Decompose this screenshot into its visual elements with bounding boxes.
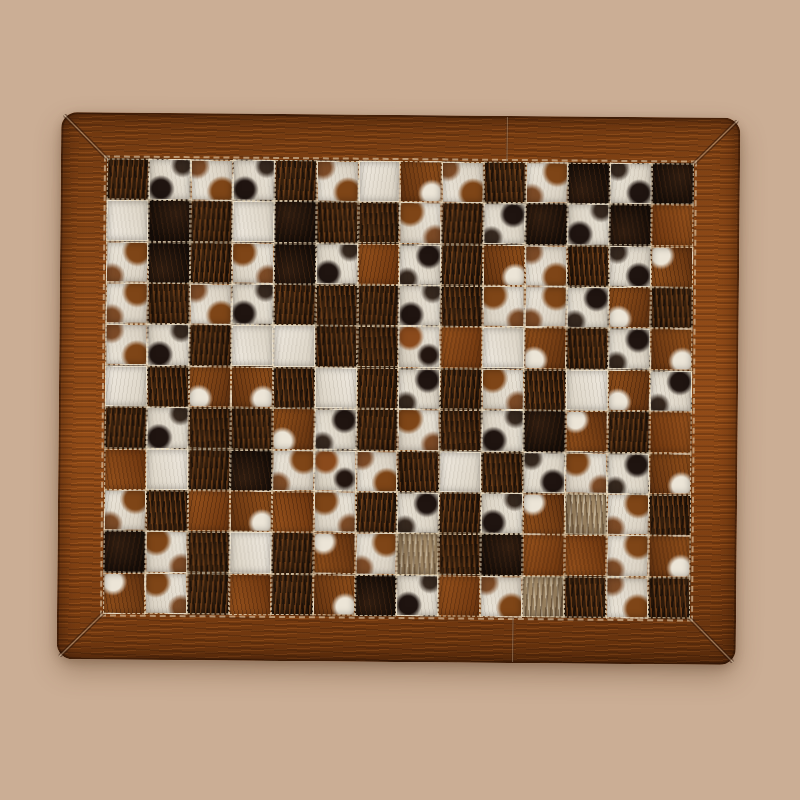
patch-r8c7 (356, 450, 398, 492)
patch-r10c11 (523, 534, 565, 576)
patch-r3c9 (441, 244, 483, 286)
patch-r6c6 (314, 367, 356, 409)
patch-r3c4 (232, 242, 274, 284)
patch-r7c11 (524, 410, 566, 452)
patch-r4c6 (315, 284, 357, 326)
patch-r7c2 (146, 407, 188, 449)
patch-r11c8 (396, 575, 438, 617)
patch-r5c12 (566, 328, 608, 370)
patch-r1c13 (610, 163, 652, 205)
patch-r2c4 (232, 201, 274, 243)
patch-r10c12 (565, 535, 607, 577)
patch-r8c14 (649, 453, 691, 495)
patch-r1c14 (652, 163, 694, 205)
patch-r8c12 (565, 452, 607, 494)
border-miter-seam-bottom-right (688, 617, 734, 663)
patch-r4c12 (567, 287, 609, 329)
patch-r3c12 (567, 245, 609, 287)
patch-r4c14 (651, 287, 693, 329)
patch-r3c7 (357, 243, 399, 285)
patch-r3c6 (316, 243, 358, 285)
patch-r8c8 (398, 451, 440, 493)
patch-r9c9 (439, 492, 481, 534)
patch-r10c3 (187, 531, 229, 573)
patch-r8c4 (230, 449, 272, 491)
patch-r4c1 (106, 283, 148, 325)
patch-r8c6 (314, 450, 356, 492)
patch-r5c8 (399, 326, 441, 368)
patch-r9c1 (104, 489, 146, 531)
patch-r2c1 (106, 200, 148, 242)
patch-r1c12 (568, 162, 610, 204)
patch-grid (103, 158, 694, 618)
patch-r6c8 (398, 368, 440, 410)
patch-r1c1 (107, 158, 149, 200)
patch-r4c2 (147, 283, 189, 325)
patch-r6c2 (147, 366, 189, 408)
patch-r3c10 (483, 244, 525, 286)
patch-r9c5 (271, 491, 313, 533)
patch-r1c5 (274, 160, 316, 202)
patch-r9c14 (649, 494, 691, 536)
border-seam-bottom (512, 618, 514, 662)
patch-r4c11 (525, 286, 567, 328)
patch-r9c10 (481, 493, 523, 535)
patch-r1c7 (358, 161, 400, 203)
patch-r10c8 (397, 533, 439, 575)
patch-r2c2 (148, 200, 190, 242)
patch-r4c8 (399, 285, 441, 327)
patch-r4c10 (483, 286, 525, 328)
patch-r4c9 (441, 285, 483, 327)
patch-r2c10 (484, 203, 526, 245)
patch-r7c9 (440, 410, 482, 452)
patch-r6c9 (440, 368, 482, 410)
patch-r1c11 (526, 162, 568, 204)
patch-r5c14 (650, 329, 692, 371)
patch-r11c3 (187, 573, 229, 615)
patch-r1c2 (149, 159, 191, 201)
patch-r11c7 (355, 574, 397, 616)
patch-r6c3 (189, 366, 231, 408)
patch-r8c5 (272, 449, 314, 491)
patch-r6c11 (524, 369, 566, 411)
patch-r7c1 (104, 407, 146, 449)
patch-r7c12 (566, 411, 608, 453)
patch-r5c9 (441, 327, 483, 369)
patch-r11c10 (480, 575, 522, 617)
patch-r4c4 (231, 284, 273, 326)
patch-r7c6 (314, 408, 356, 450)
patch-r7c13 (608, 411, 650, 453)
patch-r2c13 (609, 204, 651, 246)
patch-r8c3 (188, 449, 230, 491)
patch-r4c13 (609, 287, 651, 329)
border-miter-seam-top-left (63, 114, 109, 160)
tabletop-scene (0, 0, 800, 800)
patch-r1c6 (316, 160, 358, 202)
patch-r9c11 (523, 493, 565, 535)
patch-r1c4 (232, 160, 274, 202)
patch-r1c8 (400, 161, 442, 203)
patch-r11c5 (271, 574, 313, 616)
patch-r5c7 (357, 326, 399, 368)
patch-r3c8 (399, 244, 441, 286)
patch-r9c6 (313, 491, 355, 533)
patch-r11c13 (606, 576, 648, 618)
patch-r5c2 (147, 324, 189, 366)
patch-r10c6 (313, 533, 355, 575)
patch-r11c4 (229, 573, 271, 615)
patch-r1c9 (442, 161, 484, 203)
patch-r7c14 (650, 411, 692, 453)
patch-r11c9 (438, 575, 480, 617)
patch-r9c4 (230, 490, 272, 532)
patch-r7c10 (482, 410, 524, 452)
patch-r2c11 (526, 203, 568, 245)
patch-r5c3 (189, 325, 231, 367)
border-miter-seam-top-right (692, 120, 738, 166)
patch-r6c5 (273, 367, 315, 409)
patch-r9c7 (355, 492, 397, 534)
patch-r6c4 (231, 366, 273, 408)
patch-r11c6 (313, 574, 355, 616)
patch-r10c2 (145, 531, 187, 573)
patch-r2c6 (316, 202, 358, 244)
patch-r3c3 (190, 242, 232, 284)
patch-r9c12 (565, 493, 607, 535)
patch-r8c1 (104, 448, 146, 490)
patch-r10c10 (481, 534, 523, 576)
patch-r5c6 (315, 326, 357, 368)
patch-r4c3 (189, 283, 231, 325)
patch-r10c9 (439, 534, 481, 576)
patch-r6c1 (105, 365, 147, 407)
cowhide-rug (57, 112, 741, 665)
patch-r5c5 (273, 325, 315, 367)
border-miter-seam-bottom-left (59, 611, 105, 657)
patch-r10c13 (607, 535, 649, 577)
patch-r2c12 (567, 204, 609, 246)
patch-r2c8 (400, 202, 442, 244)
patch-r2c9 (442, 203, 484, 245)
patch-r11c1 (103, 572, 145, 614)
patch-r5c10 (483, 327, 525, 369)
patch-r3c11 (525, 245, 567, 287)
patch-r6c12 (566, 369, 608, 411)
patch-r9c8 (397, 492, 439, 534)
patch-r11c12 (564, 576, 606, 618)
patch-r6c14 (650, 370, 692, 412)
patch-r8c13 (607, 452, 649, 494)
patch-r9c2 (146, 490, 188, 532)
patch-r9c3 (188, 490, 230, 532)
patch-r3c14 (651, 246, 693, 288)
patch-r6c10 (482, 369, 524, 411)
patch-r5c1 (105, 324, 147, 366)
patch-r2c7 (358, 202, 400, 244)
patch-r1c3 (190, 159, 232, 201)
patch-r3c2 (148, 242, 190, 284)
patch-r5c11 (524, 328, 566, 370)
patch-r3c13 (609, 246, 651, 288)
patch-r4c7 (357, 285, 399, 327)
patch-r7c7 (356, 409, 398, 451)
patch-r7c8 (398, 409, 440, 451)
patch-r8c10 (481, 451, 523, 493)
patch-r5c13 (608, 328, 650, 370)
patch-r3c5 (274, 243, 316, 285)
patch-r9c13 (607, 494, 649, 536)
patch-r2c5 (274, 201, 316, 243)
patch-r8c2 (146, 448, 188, 490)
patch-r4c5 (273, 284, 315, 326)
patch-r11c2 (145, 572, 187, 614)
patch-r10c14 (648, 535, 690, 577)
patch-r1c10 (484, 162, 526, 204)
patch-r7c4 (230, 408, 272, 450)
patch-r7c3 (188, 407, 230, 449)
patch-r6c13 (608, 370, 650, 412)
patch-r11c14 (648, 577, 690, 619)
patch-r2c3 (190, 201, 232, 243)
border-seam-top (506, 117, 508, 161)
patch-r10c7 (355, 533, 397, 575)
patch-r2c14 (651, 205, 693, 247)
patch-r8c9 (440, 451, 482, 493)
patch-r7c5 (272, 408, 314, 450)
patch-r5c4 (231, 325, 273, 367)
patch-r3c1 (106, 241, 148, 283)
patch-r11c11 (522, 576, 564, 618)
patch-r10c1 (103, 531, 145, 573)
patch-r8c11 (523, 452, 565, 494)
patch-r6c7 (356, 367, 398, 409)
patch-r10c4 (229, 532, 271, 574)
patch-r10c5 (271, 532, 313, 574)
